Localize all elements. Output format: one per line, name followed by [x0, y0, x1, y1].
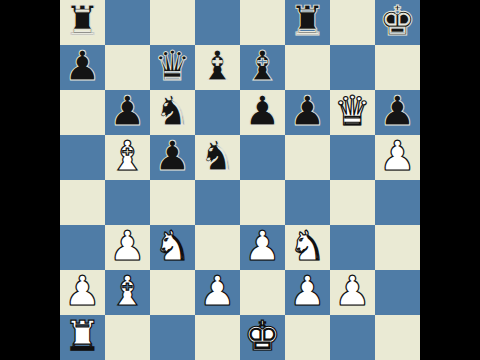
square-e3[interactable]: ♟ [240, 225, 285, 270]
square-c7[interactable]: ♛ [150, 45, 195, 90]
square-f7[interactable] [285, 45, 330, 90]
square-g1[interactable] [330, 315, 375, 360]
square-b4[interactable] [105, 180, 150, 225]
square-f5[interactable] [285, 135, 330, 180]
black-rook: ♜ [289, 0, 326, 44]
square-b5[interactable]: ♝ [105, 135, 150, 180]
white-pawn: ♟ [64, 269, 101, 314]
black-rook: ♜ [64, 0, 101, 44]
square-d8[interactable] [195, 0, 240, 45]
square-f4[interactable] [285, 180, 330, 225]
square-h8[interactable]: ♚ [375, 0, 420, 45]
white-king: ♚ [244, 314, 281, 359]
square-d5[interactable]: ♞ [195, 135, 240, 180]
square-h4[interactable] [375, 180, 420, 225]
square-e4[interactable] [240, 180, 285, 225]
white-knight: ♞ [154, 224, 191, 269]
white-queen: ♛ [334, 89, 371, 134]
square-b3[interactable]: ♟ [105, 225, 150, 270]
square-f1[interactable] [285, 315, 330, 360]
square-a7[interactable]: ♟ [60, 45, 105, 90]
square-a3[interactable] [60, 225, 105, 270]
square-c3[interactable]: ♞ [150, 225, 195, 270]
square-g5[interactable] [330, 135, 375, 180]
white-bishop: ♝ [109, 134, 146, 179]
white-bishop: ♝ [109, 269, 146, 314]
square-a5[interactable] [60, 135, 105, 180]
square-b1[interactable] [105, 315, 150, 360]
chess-board: ♜♜♚♟♛♝♝♟♞♟♟♛♟♝♟♞♟♟♞♟♞♟♝♟♟♟♜♚ [60, 0, 420, 360]
square-c5[interactable]: ♟ [150, 135, 195, 180]
black-bishop: ♝ [244, 44, 281, 89]
white-pawn: ♟ [244, 224, 281, 269]
square-d6[interactable] [195, 90, 240, 135]
square-g2[interactable]: ♟ [330, 270, 375, 315]
black-pawn: ♟ [154, 134, 191, 179]
black-king: ♚ [379, 0, 416, 44]
black-knight: ♞ [154, 89, 191, 134]
square-b8[interactable] [105, 0, 150, 45]
square-c2[interactable] [150, 270, 195, 315]
black-pawn: ♟ [109, 89, 146, 134]
square-e8[interactable] [240, 0, 285, 45]
square-a4[interactable] [60, 180, 105, 225]
square-h5[interactable]: ♟ [375, 135, 420, 180]
square-g7[interactable] [330, 45, 375, 90]
square-d4[interactable] [195, 180, 240, 225]
square-e6[interactable]: ♟ [240, 90, 285, 135]
white-pawn: ♟ [334, 269, 371, 314]
square-f2[interactable]: ♟ [285, 270, 330, 315]
white-pawn: ♟ [109, 224, 146, 269]
square-f6[interactable]: ♟ [285, 90, 330, 135]
square-b7[interactable] [105, 45, 150, 90]
square-h2[interactable] [375, 270, 420, 315]
white-rook: ♜ [64, 314, 101, 359]
square-b2[interactable]: ♝ [105, 270, 150, 315]
square-g8[interactable] [330, 0, 375, 45]
black-queen: ♛ [154, 44, 191, 89]
square-e5[interactable] [240, 135, 285, 180]
square-e1[interactable]: ♚ [240, 315, 285, 360]
square-h6[interactable]: ♟ [375, 90, 420, 135]
black-pawn: ♟ [379, 89, 416, 134]
square-d3[interactable] [195, 225, 240, 270]
square-f3[interactable]: ♞ [285, 225, 330, 270]
black-knight: ♞ [199, 134, 236, 179]
black-pawn: ♟ [64, 44, 101, 89]
square-h3[interactable] [375, 225, 420, 270]
white-pawn: ♟ [289, 269, 326, 314]
square-g6[interactable]: ♛ [330, 90, 375, 135]
square-c8[interactable] [150, 0, 195, 45]
square-c6[interactable]: ♞ [150, 90, 195, 135]
square-a8[interactable]: ♜ [60, 0, 105, 45]
square-f8[interactable]: ♜ [285, 0, 330, 45]
square-c1[interactable] [150, 315, 195, 360]
white-pawn: ♟ [199, 269, 236, 314]
square-a2[interactable]: ♟ [60, 270, 105, 315]
black-bishop: ♝ [199, 44, 236, 89]
white-pawn: ♟ [379, 134, 416, 179]
square-d1[interactable] [195, 315, 240, 360]
square-g3[interactable] [330, 225, 375, 270]
square-d2[interactable]: ♟ [195, 270, 240, 315]
square-g4[interactable] [330, 180, 375, 225]
black-pawn: ♟ [244, 89, 281, 134]
square-c4[interactable] [150, 180, 195, 225]
letterbox-stage: ♜♜♚♟♛♝♝♟♞♟♟♛♟♝♟♞♟♟♞♟♞♟♝♟♟♟♜♚ [0, 0, 480, 360]
square-h7[interactable] [375, 45, 420, 90]
square-b6[interactable]: ♟ [105, 90, 150, 135]
square-e7[interactable]: ♝ [240, 45, 285, 90]
square-a1[interactable]: ♜ [60, 315, 105, 360]
white-knight: ♞ [289, 224, 326, 269]
square-d7[interactable]: ♝ [195, 45, 240, 90]
square-h1[interactable] [375, 315, 420, 360]
square-a6[interactable] [60, 90, 105, 135]
square-e2[interactable] [240, 270, 285, 315]
black-pawn: ♟ [289, 89, 326, 134]
